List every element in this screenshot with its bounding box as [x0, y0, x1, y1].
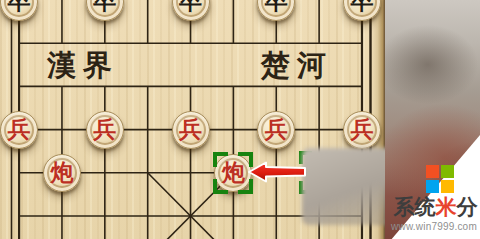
watermark-brand-text: 系统 米 分: [391, 195, 480, 219]
piece-glyph: 兵: [8, 117, 31, 140]
red-soldier-f1r7[interactable]: 兵: [0, 111, 38, 149]
brand-mi: 米: [436, 195, 457, 219]
logo-square-yellow: [441, 180, 454, 193]
piece-glyph: 兵: [179, 117, 202, 140]
xiangqi-screenshot: 漢界 楚河 卒卒卒卒卒兵兵兵兵兵炮炮 系统 米 分 www.win7999.co…: [0, 0, 480, 239]
red-soldier-f9r7[interactable]: 兵: [343, 111, 381, 149]
piece-glyph: 卒: [93, 0, 116, 12]
logo-square-blue: [426, 180, 439, 193]
piece-glyph: 卒: [265, 0, 288, 12]
piece-glyph: 卒: [350, 0, 373, 12]
red-soldier-f5r7[interactable]: 兵: [172, 111, 210, 149]
logo-square-red: [426, 165, 439, 178]
piece-glyph: 炮: [50, 160, 73, 183]
river-label-hanjie: 漢界: [35, 47, 131, 83]
selected-square-brackets: [213, 152, 253, 194]
brand-fen: 分: [457, 195, 478, 219]
watermark-url: www.win7999.com: [390, 221, 478, 232]
piece-glyph: 兵: [265, 117, 288, 140]
red-cannon-f2r8[interactable]: 炮: [43, 154, 81, 192]
piece-glyph: 卒: [179, 0, 202, 12]
piece-glyph: 卒: [8, 0, 31, 12]
red-soldier-f7r7[interactable]: 兵: [257, 111, 295, 149]
brand-prefix: 系统: [394, 195, 436, 219]
logo-square-green: [441, 165, 454, 178]
river-label-chuhe: 楚河: [249, 47, 345, 83]
watermark-logo-icon: [426, 165, 454, 193]
red-soldier-f3r7[interactable]: 兵: [86, 111, 124, 149]
piece-glyph: 兵: [350, 117, 373, 140]
piece-glyph: 兵: [93, 117, 116, 140]
